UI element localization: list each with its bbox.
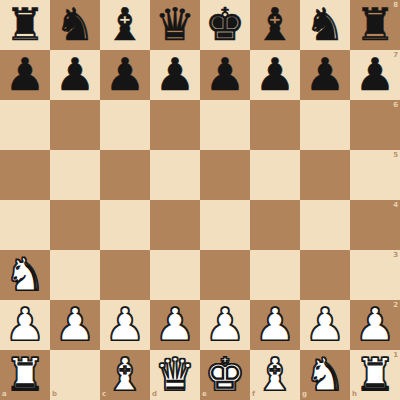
square-d1[interactable]: ♛d: [150, 350, 200, 400]
square-c6[interactable]: [100, 100, 150, 150]
square-h1[interactable]: ♜1h: [350, 350, 400, 400]
black-pawn[interactable]: ♟: [155, 50, 195, 100]
black-rook[interactable]: ♜: [355, 0, 395, 50]
black-pawn[interactable]: ♟: [255, 50, 295, 100]
square-c8[interactable]: ♝: [100, 0, 150, 50]
black-bishop[interactable]: ♝: [255, 0, 295, 50]
square-f2[interactable]: ♟: [250, 300, 300, 350]
rank-label-5: 5: [393, 152, 398, 159]
square-g6[interactable]: [300, 100, 350, 150]
square-g5[interactable]: [300, 150, 350, 200]
square-d2[interactable]: ♟: [150, 300, 200, 350]
black-rook[interactable]: ♜: [5, 0, 45, 50]
square-f3[interactable]: [250, 250, 300, 300]
square-g3[interactable]: [300, 250, 350, 300]
square-d3[interactable]: [150, 250, 200, 300]
square-f8[interactable]: ♝: [250, 0, 300, 50]
square-f4[interactable]: [250, 200, 300, 250]
square-b5[interactable]: [50, 150, 100, 200]
square-a5[interactable]: [0, 150, 50, 200]
square-a4[interactable]: [0, 200, 50, 250]
square-b6[interactable]: [50, 100, 100, 150]
white-bishop[interactable]: ♝: [105, 350, 145, 400]
black-pawn[interactable]: ♟: [205, 50, 245, 100]
white-pawn[interactable]: ♟: [105, 300, 145, 350]
square-b3[interactable]: [50, 250, 100, 300]
square-e3[interactable]: [200, 250, 250, 300]
square-g7[interactable]: ♟: [300, 50, 350, 100]
black-pawn[interactable]: ♟: [305, 50, 345, 100]
white-pawn[interactable]: ♟: [205, 300, 245, 350]
square-c5[interactable]: [100, 150, 150, 200]
black-pawn[interactable]: ♟: [5, 50, 45, 100]
black-knight[interactable]: ♞: [55, 0, 95, 50]
square-h7[interactable]: ♟7: [350, 50, 400, 100]
white-king[interactable]: ♚: [205, 350, 245, 400]
black-bishop[interactable]: ♝: [105, 0, 145, 50]
square-g8[interactable]: ♞: [300, 0, 350, 50]
square-c1[interactable]: ♝c: [100, 350, 150, 400]
square-b8[interactable]: ♞: [50, 0, 100, 50]
white-pawn[interactable]: ♟: [305, 300, 345, 350]
white-bishop[interactable]: ♝: [255, 350, 295, 400]
square-e8[interactable]: ♚: [200, 0, 250, 50]
square-a7[interactable]: ♟: [0, 50, 50, 100]
white-knight[interactable]: ♞: [305, 350, 345, 400]
square-a8[interactable]: ♜: [0, 0, 50, 50]
square-c3[interactable]: [100, 250, 150, 300]
square-h2[interactable]: ♟2: [350, 300, 400, 350]
black-pawn[interactable]: ♟: [55, 50, 95, 100]
square-d6[interactable]: [150, 100, 200, 150]
square-c4[interactable]: [100, 200, 150, 250]
rank-label-3: 3: [393, 252, 398, 259]
square-a3[interactable]: ♞: [0, 250, 50, 300]
square-d4[interactable]: [150, 200, 200, 250]
square-d8[interactable]: ♛: [150, 0, 200, 50]
black-pawn[interactable]: ♟: [355, 50, 395, 100]
square-e7[interactable]: ♟: [200, 50, 250, 100]
white-pawn[interactable]: ♟: [355, 300, 395, 350]
square-c2[interactable]: ♟: [100, 300, 150, 350]
square-d7[interactable]: ♟: [150, 50, 200, 100]
square-e5[interactable]: [200, 150, 250, 200]
white-rook[interactable]: ♜: [355, 350, 395, 400]
square-h3[interactable]: 3: [350, 250, 400, 300]
white-rook[interactable]: ♜: [5, 350, 45, 400]
file-label-b: b: [52, 391, 57, 398]
square-d5[interactable]: [150, 150, 200, 200]
square-g2[interactable]: ♟: [300, 300, 350, 350]
white-pawn[interactable]: ♟: [255, 300, 295, 350]
white-pawn[interactable]: ♟: [55, 300, 95, 350]
rank-label-6: 6: [393, 102, 398, 109]
square-f1[interactable]: ♝f: [250, 350, 300, 400]
square-a6[interactable]: [0, 100, 50, 150]
square-h6[interactable]: 6: [350, 100, 400, 150]
square-e1[interactable]: ♚e: [200, 350, 250, 400]
white-knight[interactable]: ♞: [5, 250, 45, 300]
square-b7[interactable]: ♟: [50, 50, 100, 100]
square-a1[interactable]: ♜a: [0, 350, 50, 400]
square-f6[interactable]: [250, 100, 300, 150]
square-h4[interactable]: 4: [350, 200, 400, 250]
white-pawn[interactable]: ♟: [5, 300, 45, 350]
black-king[interactable]: ♚: [205, 0, 245, 50]
square-b1[interactable]: b: [50, 350, 100, 400]
black-knight[interactable]: ♞: [305, 0, 345, 50]
white-queen[interactable]: ♛: [155, 350, 195, 400]
square-b2[interactable]: ♟: [50, 300, 100, 350]
black-queen[interactable]: ♛: [155, 0, 195, 50]
square-e2[interactable]: ♟: [200, 300, 250, 350]
square-c7[interactable]: ♟: [100, 50, 150, 100]
chess-board: ♜♞♝♛♚♝♞♜8♟♟♟♟♟♟♟♟7654♞3♟♟♟♟♟♟♟♟2♜ab♝c♛d♚…: [0, 0, 400, 400]
square-h8[interactable]: ♜8: [350, 0, 400, 50]
square-f5[interactable]: [250, 150, 300, 200]
white-pawn[interactable]: ♟: [155, 300, 195, 350]
black-pawn[interactable]: ♟: [105, 50, 145, 100]
square-g1[interactable]: ♞g: [300, 350, 350, 400]
square-a2[interactable]: ♟: [0, 300, 50, 350]
square-g4[interactable]: [300, 200, 350, 250]
rank-label-4: 4: [393, 202, 398, 209]
square-h5[interactable]: 5: [350, 150, 400, 200]
square-f7[interactable]: ♟: [250, 50, 300, 100]
square-e6[interactable]: [200, 100, 250, 150]
square-b4[interactable]: [50, 200, 100, 250]
square-e4[interactable]: [200, 200, 250, 250]
